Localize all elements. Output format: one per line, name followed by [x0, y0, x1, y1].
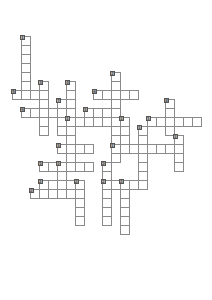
clue-number: 5 — [11, 89, 16, 94]
crossword-cell[interactable] — [84, 144, 94, 154]
clue-number: 15 — [173, 134, 178, 139]
clue-number: 14 — [137, 125, 142, 130]
crossword-cell[interactable] — [39, 126, 49, 136]
crossword-cell[interactable] — [102, 216, 112, 226]
clue-number: 11 — [65, 116, 70, 121]
clue-number: 23 — [101, 179, 106, 184]
crossword-cell[interactable] — [120, 225, 130, 235]
crossword-cell[interactable] — [75, 216, 85, 226]
clue-number: 25 — [29, 188, 34, 193]
clue-number: 13 — [146, 116, 151, 121]
clue-number: 6 — [92, 89, 97, 94]
clue-number: 8 — [164, 98, 169, 103]
crossword-cell[interactable] — [84, 162, 94, 172]
clue-number: 22 — [74, 179, 79, 184]
clue-number: 21 — [38, 179, 43, 184]
clue-number: 7 — [56, 98, 61, 103]
clue-number: 16 — [56, 143, 61, 148]
clue-number: 17 — [110, 143, 115, 148]
clue-number: 12 — [119, 116, 124, 121]
clue-number: 2 — [110, 71, 115, 76]
crossword-board: 1234567891011121314151617181920212223242… — [0, 0, 212, 300]
clue-number: 19 — [56, 161, 61, 166]
crossword-cell[interactable] — [138, 180, 148, 190]
clue-number: 20 — [101, 161, 106, 166]
clue-number: 24 — [119, 179, 124, 184]
clue-number: 18 — [38, 161, 43, 166]
clue-number: 10 — [83, 107, 88, 112]
crossword-page: 1234567891011121314151617181920212223242… — [0, 0, 212, 300]
clue-number: 4 — [65, 80, 70, 85]
crossword-cell[interactable] — [192, 117, 202, 127]
crossword-cell[interactable] — [111, 153, 121, 163]
clue-number: 3 — [38, 80, 43, 85]
clue-number: 9 — [20, 107, 25, 112]
crossword-cell[interactable] — [129, 90, 139, 100]
clue-number: 1 — [20, 35, 25, 40]
crossword-cell[interactable] — [174, 162, 184, 172]
